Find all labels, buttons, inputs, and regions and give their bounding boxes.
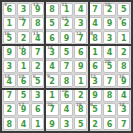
cell-digit: 4 [35, 34, 41, 42]
cell-digit: 5 [64, 49, 70, 57]
cell-r9c9[interactable]: 7 [117, 117, 130, 130]
cell-digit: 7 [121, 120, 127, 128]
cell-r7c1[interactable]: 7 [3, 88, 16, 101]
cell-r3c1[interactable]: 165 [3, 31, 16, 44]
cell-digit: 1 [107, 106, 113, 114]
cell-digit: 9 [121, 77, 127, 85]
cell-digit: 6 [6, 6, 12, 14]
cell-r2c9[interactable]: 96 [117, 17, 130, 30]
cell-r1c2[interactable]: 3 [17, 3, 30, 16]
cell-digit: 1 [6, 20, 12, 28]
cell-digit: 6 [35, 106, 41, 114]
cell-r9c8[interactable]: 6 [103, 117, 116, 130]
cell-r9c1[interactable]: 8 [3, 117, 16, 130]
cell-r3c6[interactable]: 137 [74, 31, 87, 44]
cell-digit: 9 [78, 63, 84, 71]
cell-r4c1[interactable]: 9 [3, 45, 16, 58]
cell-digit: 3 [21, 6, 27, 14]
sudoku-board: 9631398111472025115785172349961652114691… [0, 0, 133, 133]
cell-r2c5[interactable]: 172 [60, 17, 73, 30]
cell-digit: 4 [92, 20, 98, 28]
cell-digit: 7 [107, 77, 113, 85]
cell-digit: 8 [21, 49, 27, 57]
box-divider-horizontal-1 [0, 44, 133, 46]
cell-digit: 6 [78, 49, 84, 57]
cell-r8c1[interactable]: 2 [3, 103, 16, 116]
cell-digit: 5 [121, 6, 127, 14]
cell-digit: 5 [78, 120, 84, 128]
cell-r8c2[interactable]: 179 [17, 103, 30, 116]
cell-r1c9[interactable]: 5 [117, 3, 130, 16]
cell-r8c7[interactable]: 65 [88, 103, 101, 116]
cell-r5c7[interactable]: 6 [88, 60, 101, 73]
cell-digit: 5 [92, 106, 98, 114]
cell-r4c9[interactable]: 2 [117, 45, 130, 58]
cell-digit: 6 [49, 34, 55, 42]
cell-digit: 6 [107, 120, 113, 128]
cell-digit: 6 [92, 63, 98, 71]
cell-digit: 4 [49, 63, 55, 71]
cell-digit: 9 [92, 92, 98, 100]
cell-r6c8[interactable]: 7 [103, 74, 116, 87]
cell-digit: 8 [121, 63, 127, 71]
cell-digit: 9 [21, 106, 27, 114]
cell-digit: 6 [21, 77, 27, 85]
cell-digit: 8 [6, 120, 12, 128]
cell-r7c3[interactable]: 3 [31, 88, 44, 101]
cell-r3c4[interactable]: 6 [45, 31, 58, 44]
cell-r8c8[interactable]: 1 [103, 103, 116, 116]
cell-r6c7[interactable]: 123 [88, 74, 101, 87]
cell-digit: 3 [78, 20, 84, 28]
box-divider-vertical-2 [88, 0, 90, 133]
cell-r2c3[interactable]: 8 [31, 17, 44, 30]
cell-digit: 2 [107, 6, 113, 14]
cell-digit: 5 [21, 92, 27, 100]
cell-r4c4[interactable]: 143 [45, 45, 58, 58]
cell-r1c5[interactable]: 111 [60, 3, 73, 16]
cell-r6c4[interactable]: 92 [45, 74, 58, 87]
cell-r6c5[interactable]: 8 [60, 74, 73, 87]
cell-digit: 2 [21, 34, 27, 42]
cell-digit: 9 [35, 6, 41, 14]
cell-digit: 9 [49, 120, 55, 128]
cell-r6c1[interactable]: 144 [3, 74, 16, 87]
cell-r9c4[interactable]: 9 [45, 117, 58, 130]
cell-r7c6[interactable]: 2 [74, 88, 87, 101]
cell-digit: 4 [21, 120, 27, 128]
cell-r7c5[interactable]: 106 [60, 88, 73, 101]
cell-r7c7[interactable]: 9 [88, 88, 101, 101]
cell-digit: 2 [6, 106, 12, 114]
killer-sudoku-app: 9631398111472025115785172349961652114691… [0, 0, 133, 133]
cell-r6c3[interactable]: 65 [31, 74, 44, 87]
cell-r1c6[interactable]: 4 [74, 3, 87, 16]
cell-digit: 8 [92, 34, 98, 42]
cell-digit: 7 [35, 49, 41, 57]
cell-r8c9[interactable]: 143 [117, 103, 130, 116]
cell-r8c6[interactable]: 198 [74, 103, 87, 116]
box-divider-vertical-1 [44, 0, 46, 133]
cell-r9c7[interactable]: 2 [88, 117, 101, 130]
cell-digit: 1 [92, 49, 98, 57]
cell-r5c1[interactable]: 3 [3, 60, 16, 73]
cell-r2c7[interactable]: 4 [88, 17, 101, 30]
cell-r9c5[interactable]: 3 [60, 117, 73, 130]
cell-r8c5[interactable]: 4 [60, 103, 73, 116]
cell-digit: 5 [35, 77, 41, 85]
cell-digit: 4 [107, 49, 113, 57]
cell-r3c8[interactable]: 3 [103, 31, 116, 44]
cell-digit: 7 [6, 92, 12, 100]
cell-digit: 4 [78, 6, 84, 14]
cell-digit: 4 [121, 92, 127, 100]
cell-r4c7[interactable]: 1 [88, 45, 101, 58]
cell-digit: 8 [64, 77, 70, 85]
cell-r4c3[interactable]: 7 [31, 45, 44, 58]
cell-r7c2[interactable]: 5 [17, 88, 30, 101]
cell-digit: 2 [92, 120, 98, 128]
cell-r1c3[interactable]: 139 [31, 3, 44, 16]
box-divider-horizontal-2 [0, 88, 133, 90]
cell-r3c7[interactable]: 88 [88, 31, 101, 44]
cell-r2c6[interactable]: 3 [74, 17, 87, 30]
cell-digit: 5 [6, 34, 12, 42]
cell-r6c6[interactable]: 1 [74, 74, 87, 87]
cell-digit: 1 [21, 63, 27, 71]
cell-r5c3[interactable]: 2 [31, 60, 44, 73]
cell-digit: 2 [121, 49, 127, 57]
cell-digit: 3 [64, 120, 70, 128]
cell-digit: 3 [49, 49, 55, 57]
cell-digit: 8 [78, 106, 84, 114]
cell-r1c7[interactable]: 7 [88, 3, 101, 16]
cell-digit: 9 [64, 34, 70, 42]
cell-digit: 2 [35, 63, 41, 71]
cell-digit: 7 [49, 106, 55, 114]
cell-digit: 4 [64, 106, 70, 114]
cell-digit: 1 [35, 120, 41, 128]
cell-r5c4[interactable]: 4 [45, 60, 58, 73]
cell-r3c9[interactable]: 1 [117, 31, 130, 44]
cell-digit: 5 [107, 63, 113, 71]
cell-r9c6[interactable]: 5 [74, 117, 87, 130]
cell-r3c5[interactable]: 9 [60, 31, 73, 44]
cell-digit: 7 [64, 63, 70, 71]
cell-r8c3[interactable]: 6 [31, 103, 44, 116]
cell-r7c8[interactable]: 8 [103, 88, 116, 101]
cell-digit: 9 [6, 49, 12, 57]
cell-r1c1[interactable]: 96 [3, 3, 16, 16]
cell-r2c2[interactable]: 157 [17, 17, 30, 30]
cell-digit: 1 [121, 34, 127, 42]
cell-digit: 3 [92, 77, 98, 85]
cell-digit: 8 [35, 20, 41, 28]
cell-digit: 1 [49, 92, 55, 100]
cell-r8c4[interactable]: 257 [45, 103, 58, 116]
cell-r3c2[interactable]: 2 [17, 31, 30, 44]
cell-digit: 3 [35, 92, 41, 100]
cell-r4c8[interactable]: 4 [103, 45, 116, 58]
cell-r5c6[interactable]: 9 [74, 60, 87, 73]
cell-digit: 8 [107, 92, 113, 100]
cell-digit: 6 [121, 20, 127, 28]
cell-digit: 2 [78, 92, 84, 100]
cell-r5c9[interactable]: 8 [117, 60, 130, 73]
cell-r9c3[interactable]: 1 [31, 117, 44, 130]
cell-r4c5[interactable]: 5 [60, 45, 73, 58]
cell-r6c9[interactable]: 169 [117, 74, 130, 87]
cell-digit: 4 [6, 77, 12, 85]
cell-digit: 7 [21, 20, 27, 28]
cell-r1c8[interactable]: 202 [103, 3, 116, 16]
cell-r9c2[interactable]: 4 [17, 117, 30, 130]
cell-r1c4[interactable]: 8 [45, 3, 58, 16]
cell-r2c8[interactable]: 9 [103, 17, 116, 30]
cell-digit: 1 [78, 77, 84, 85]
cell-r3c3[interactable]: 114 [31, 31, 44, 44]
cell-digit: 5 [49, 20, 55, 28]
cell-r6c2[interactable]: 106 [17, 74, 30, 87]
cell-r7c9[interactable]: 4 [117, 88, 130, 101]
cell-digit: 3 [121, 106, 127, 114]
cell-digit: 2 [49, 77, 55, 85]
cell-digit: 3 [6, 63, 12, 71]
cell-digit: 7 [78, 34, 84, 42]
cell-r5c8[interactable]: 205 [103, 60, 116, 73]
cell-digit: 6 [64, 92, 70, 100]
cell-digit: 7 [92, 6, 98, 14]
cell-r5c2[interactable]: 1 [17, 60, 30, 73]
cell-digit: 9 [107, 20, 113, 28]
cell-r4c6[interactable]: 6 [74, 45, 87, 58]
cell-digit: 1 [64, 6, 70, 14]
cell-r4c2[interactable]: 128 [17, 45, 30, 58]
cell-r2c1[interactable]: 1 [3, 17, 16, 30]
cell-digit: 2 [64, 20, 70, 28]
cell-r5c5[interactable]: 7 [60, 60, 73, 73]
cell-r2c4[interactable]: 5 [45, 17, 58, 30]
cell-digit: 3 [107, 34, 113, 42]
cell-r7c4[interactable]: 1 [45, 88, 58, 101]
cell-digit: 8 [49, 6, 55, 14]
